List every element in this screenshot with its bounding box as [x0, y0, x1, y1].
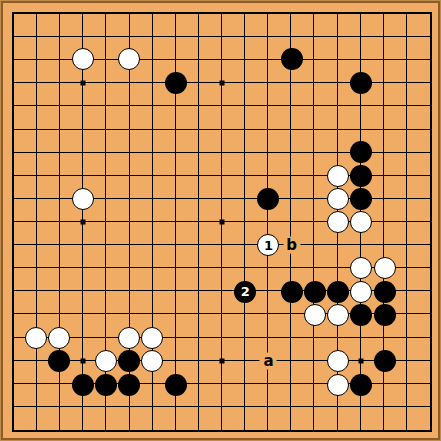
grid-cell: [14, 37, 37, 60]
grid-cell: [37, 37, 60, 60]
grid-cell: [14, 222, 37, 245]
white-stone-move-1[interactable]: 1: [257, 234, 279, 256]
grid-cell: [199, 314, 222, 337]
white-stone[interactable]: [327, 165, 349, 187]
point-label-b[interactable]: b: [283, 237, 300, 254]
grid-cell: [130, 14, 153, 37]
grid-cell: [83, 291, 106, 314]
grid-cell: [384, 106, 407, 129]
star-point: [220, 359, 225, 364]
grid-cell: [176, 407, 199, 430]
grid-cell: [407, 268, 430, 291]
black-stone[interactable]: [374, 281, 396, 303]
grid-cell: [176, 14, 199, 37]
black-stone[interactable]: [350, 188, 372, 210]
grid-cell: [314, 106, 337, 129]
grid-cell: [222, 338, 245, 361]
grid-cell: [83, 106, 106, 129]
grid-cell: [106, 407, 129, 430]
grid-cell: [153, 176, 176, 199]
black-stone[interactable]: [95, 374, 117, 396]
grid-cell: [176, 153, 199, 176]
grid-cell: [384, 153, 407, 176]
grid-cell: [60, 407, 83, 430]
grid-cell: [130, 153, 153, 176]
grid-cell: [407, 314, 430, 337]
move-number: 1: [264, 239, 273, 252]
grid-cell: [199, 37, 222, 60]
star-point: [220, 80, 225, 85]
white-stone[interactable]: [141, 327, 163, 349]
grid-cell: [384, 407, 407, 430]
grid-cell: [245, 314, 268, 337]
grid-cell: [314, 14, 337, 37]
grid-cell: [106, 176, 129, 199]
grid-cell: [37, 407, 60, 430]
grid-cell: [291, 83, 314, 106]
grid-cell: [384, 14, 407, 37]
grid-cell: [314, 245, 337, 268]
black-stone[interactable]: [281, 281, 303, 303]
grid-cell: [60, 291, 83, 314]
grid-cell: [60, 106, 83, 129]
grid-cell: [407, 384, 430, 407]
grid-cell: [199, 106, 222, 129]
grid-cell: [106, 291, 129, 314]
grid-cell: [268, 14, 291, 37]
black-stone[interactable]: [48, 350, 70, 372]
grid-cell: [153, 268, 176, 291]
grid-cell: [361, 37, 384, 60]
grid-cell: [361, 14, 384, 37]
grid-cell: [130, 291, 153, 314]
grid-cell: [384, 37, 407, 60]
grid-cell: [314, 37, 337, 60]
grid-cell: [338, 37, 361, 60]
grid-cell: [268, 106, 291, 129]
grid-cell: [407, 130, 430, 153]
go-board[interactable]: 12ab: [0, 0, 441, 441]
grid-cell: [176, 291, 199, 314]
grid-cell: [14, 199, 37, 222]
grid-cell: [407, 407, 430, 430]
grid-cell: [245, 37, 268, 60]
grid-cell: [37, 222, 60, 245]
grid-cell: [314, 407, 337, 430]
grid-cell: [83, 153, 106, 176]
grid-cell: [153, 106, 176, 129]
grid-cell: [130, 176, 153, 199]
black-stone[interactable]: [374, 304, 396, 326]
grid-cell: [268, 83, 291, 106]
grid-cell: [384, 384, 407, 407]
grid-cell: [222, 245, 245, 268]
grid-cell: [291, 384, 314, 407]
grid-cell: [407, 338, 430, 361]
grid-cell: [245, 60, 268, 83]
black-stone-move-2[interactable]: 2: [234, 281, 256, 303]
grid-cell: [60, 130, 83, 153]
grid-cell: [407, 153, 430, 176]
point-label-a[interactable]: a: [260, 353, 277, 370]
grid-cell: [106, 268, 129, 291]
grid-cell: [245, 407, 268, 430]
grid-cell: [222, 37, 245, 60]
grid-cell: [14, 153, 37, 176]
grid-cell: [245, 384, 268, 407]
grid-cell: [14, 245, 37, 268]
black-stone[interactable]: [118, 374, 140, 396]
grid-cell: [176, 130, 199, 153]
grid-cell: [222, 222, 245, 245]
white-stone[interactable]: [374, 257, 396, 279]
grid-cell: [222, 106, 245, 129]
grid-cell: [14, 130, 37, 153]
grid-cell: [60, 83, 83, 106]
grid-cell: [37, 14, 60, 37]
grid-cell: [83, 407, 106, 430]
grid-cell: [199, 83, 222, 106]
white-stone[interactable]: [48, 327, 70, 349]
grid-cell: [37, 384, 60, 407]
grid-cell: [37, 176, 60, 199]
grid-cell: [37, 60, 60, 83]
star-point: [220, 220, 225, 225]
grid-cell: [60, 245, 83, 268]
grid-cell: [222, 14, 245, 37]
grid-cell: [338, 407, 361, 430]
grid-cell: [291, 338, 314, 361]
grid-cell: [199, 245, 222, 268]
grid-cell: [37, 268, 60, 291]
black-stone[interactable]: [350, 304, 372, 326]
grid-cell: [83, 268, 106, 291]
grid-cell: [407, 222, 430, 245]
grid-cell: [222, 384, 245, 407]
grid-cell: [384, 83, 407, 106]
white-stone[interactable]: [95, 350, 117, 372]
white-stone[interactable]: [327, 350, 349, 372]
grid-cell: [407, 291, 430, 314]
grid-cell: [407, 199, 430, 222]
white-stone[interactable]: [350, 257, 372, 279]
grid-cell: [199, 14, 222, 37]
grid-cell: [176, 222, 199, 245]
grid-cell: [130, 407, 153, 430]
grid-cell: [291, 407, 314, 430]
grid-cell: [222, 130, 245, 153]
grid-cell: [291, 361, 314, 384]
grid-cell: [407, 361, 430, 384]
grid-cell: [199, 338, 222, 361]
star-point: [80, 359, 85, 364]
grid-cell: [60, 14, 83, 37]
grid-cell: [407, 60, 430, 83]
grid-cell: [176, 106, 199, 129]
grid-cell: [83, 14, 106, 37]
black-stone[interactable]: [327, 281, 349, 303]
grid-cell: [14, 83, 37, 106]
grid-cell: [83, 83, 106, 106]
grid-cell: [83, 222, 106, 245]
black-stone[interactable]: [281, 48, 303, 70]
grid-cell: [314, 130, 337, 153]
grid-cell: [222, 407, 245, 430]
grid-cell: [199, 153, 222, 176]
grid-cell: [153, 199, 176, 222]
white-stone[interactable]: [72, 188, 94, 210]
black-stone[interactable]: [165, 72, 187, 94]
grid-cell: [14, 384, 37, 407]
black-stone[interactable]: [72, 374, 94, 396]
grid-cell: [153, 14, 176, 37]
grid-cell: [314, 60, 337, 83]
grid-cell: [83, 245, 106, 268]
grid-cell: [14, 361, 37, 384]
grid-cell: [176, 338, 199, 361]
black-stone[interactable]: [350, 141, 372, 163]
grid-cell: [291, 199, 314, 222]
grid-cell: [153, 153, 176, 176]
grid-cell: [14, 14, 37, 37]
black-stone[interactable]: [350, 165, 372, 187]
grid-cell: [176, 199, 199, 222]
grid-cell: [153, 407, 176, 430]
grid-cell: [106, 130, 129, 153]
grid-cell: [268, 314, 291, 337]
grid-cell: [268, 153, 291, 176]
star-point: [80, 220, 85, 225]
grid-cell: [291, 153, 314, 176]
grid-cell: [407, 14, 430, 37]
grid-cell: [245, 83, 268, 106]
white-stone[interactable]: [327, 304, 349, 326]
white-stone[interactable]: [72, 48, 94, 70]
grid-cell: [222, 361, 245, 384]
grid-cell: [222, 60, 245, 83]
grid-cell: [291, 14, 314, 37]
grid-cell: [314, 83, 337, 106]
grid-cell: [130, 268, 153, 291]
grid-cell: [130, 106, 153, 129]
grid-cell: [199, 291, 222, 314]
grid-cell: [60, 153, 83, 176]
grid-cell: [130, 199, 153, 222]
grid-cell: [268, 384, 291, 407]
grid-cell: [83, 130, 106, 153]
grid-cell: [153, 291, 176, 314]
black-stone[interactable]: [165, 374, 187, 396]
white-stone[interactable]: [304, 304, 326, 326]
white-stone[interactable]: [118, 48, 140, 70]
black-stone[interactable]: [350, 72, 372, 94]
grid-cell: [222, 176, 245, 199]
grid-cell: [176, 37, 199, 60]
grid-cell: [106, 83, 129, 106]
black-stone[interactable]: [257, 188, 279, 210]
white-stone[interactable]: [25, 327, 47, 349]
grid-cell: [245, 106, 268, 129]
grid-cell: [106, 222, 129, 245]
grid-cell: [268, 407, 291, 430]
grid-cell: [153, 245, 176, 268]
grid-cell: [361, 407, 384, 430]
grid-cell: [37, 153, 60, 176]
grid-cell: [291, 106, 314, 129]
black-stone[interactable]: [304, 281, 326, 303]
grid-cell: [291, 176, 314, 199]
grid-cell: [199, 268, 222, 291]
grid-cell: [37, 130, 60, 153]
grid-cell: [199, 222, 222, 245]
white-stone[interactable]: [118, 327, 140, 349]
grid-cell: [384, 199, 407, 222]
grid-cell: [338, 106, 361, 129]
grid-cell: [245, 153, 268, 176]
grid-cell: [222, 83, 245, 106]
white-stone[interactable]: [350, 211, 372, 233]
grid-cell: [245, 14, 268, 37]
star-point: [80, 80, 85, 85]
grid-cell: [384, 222, 407, 245]
grid-cell: [407, 245, 430, 268]
grid-cell: [37, 83, 60, 106]
black-stone[interactable]: [118, 350, 140, 372]
grid-cell: [14, 407, 37, 430]
white-stone[interactable]: [327, 211, 349, 233]
grid-cell: [199, 384, 222, 407]
grid-cell: [14, 106, 37, 129]
grid-cell: [14, 268, 37, 291]
grid-cell: [83, 314, 106, 337]
grid-cell: [37, 245, 60, 268]
grid-cell: [222, 153, 245, 176]
black-stone[interactable]: [350, 374, 372, 396]
white-stone[interactable]: [327, 188, 349, 210]
grid-cell: [130, 130, 153, 153]
grid-cell: [37, 291, 60, 314]
grid-cell: [199, 176, 222, 199]
grid-cell: [106, 245, 129, 268]
grid-cell: [384, 130, 407, 153]
grid-cell: [60, 222, 83, 245]
grid-cell: [14, 291, 37, 314]
grid-cell: [176, 245, 199, 268]
grid-cell: [199, 361, 222, 384]
grid-cell: [291, 130, 314, 153]
white-stone[interactable]: [141, 350, 163, 372]
grid-cell: [199, 130, 222, 153]
grid-cell: [338, 14, 361, 37]
grid-cell: [37, 106, 60, 129]
grid-cell: [130, 222, 153, 245]
grid-cell: [153, 130, 176, 153]
grid-cell: [268, 130, 291, 153]
grid-cell: [245, 130, 268, 153]
grid-cell: [130, 245, 153, 268]
grid-cell: [106, 153, 129, 176]
grid-cell: [106, 14, 129, 37]
star-point: [359, 359, 364, 364]
grid-cell: [407, 176, 430, 199]
grid-cell: [130, 83, 153, 106]
grid-cell: [153, 222, 176, 245]
grid-cell: [407, 37, 430, 60]
grid-cell: [106, 106, 129, 129]
move-number: 2: [241, 285, 250, 298]
grid-cell: [222, 314, 245, 337]
white-stone[interactable]: [350, 281, 372, 303]
grid-cell: [384, 60, 407, 83]
grid-cell: [106, 199, 129, 222]
grid-cell: [384, 176, 407, 199]
grid-cell: [407, 83, 430, 106]
black-stone[interactable]: [374, 350, 396, 372]
grid-cell: [176, 176, 199, 199]
grid-cell: [361, 106, 384, 129]
grid-cell: [153, 37, 176, 60]
grid-cell: [176, 314, 199, 337]
grid-cell: [176, 268, 199, 291]
grid-cell: [199, 407, 222, 430]
grid-cell: [222, 199, 245, 222]
grid-cell: [14, 176, 37, 199]
white-stone[interactable]: [327, 374, 349, 396]
grid-cell: [407, 106, 430, 129]
grid-cell: [14, 60, 37, 83]
grid-cell: [60, 268, 83, 291]
grid-cell: [37, 199, 60, 222]
